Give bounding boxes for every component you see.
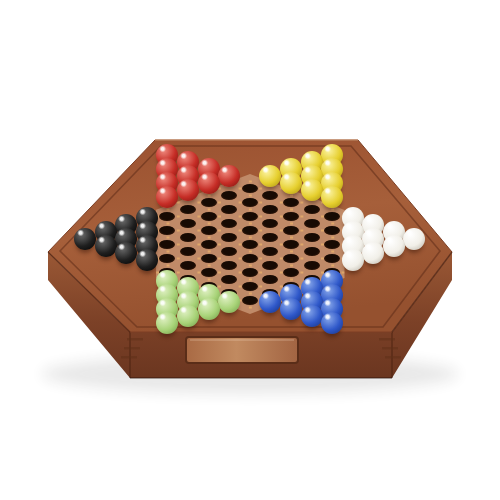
marble-black[interactable] — [115, 242, 137, 264]
hole-empty[interactable] — [242, 296, 258, 305]
hole-empty[interactable] — [201, 268, 217, 277]
board-cell — [281, 227, 302, 234]
hole-empty[interactable] — [304, 219, 320, 228]
board-cell — [198, 255, 219, 262]
hole-empty[interactable] — [180, 205, 196, 214]
hole-empty[interactable] — [221, 247, 237, 256]
board-cell — [239, 227, 260, 234]
board-cell — [322, 213, 343, 220]
marble-red[interactable] — [218, 165, 240, 187]
hole-empty[interactable] — [262, 191, 278, 200]
hole-empty[interactable] — [201, 254, 217, 263]
board-cell — [178, 234, 199, 241]
board-cell — [363, 255, 384, 262]
hole-empty[interactable] — [180, 233, 196, 242]
board-cell — [198, 213, 219, 220]
marble-green[interactable] — [198, 298, 220, 320]
board-cell — [198, 199, 219, 206]
board-cell — [219, 276, 240, 283]
hole-empty[interactable] — [304, 233, 320, 242]
marble-black[interactable] — [136, 249, 158, 271]
storage-drawer[interactable] — [186, 337, 298, 363]
board-cell — [301, 262, 322, 269]
board-cell — [281, 213, 302, 220]
hole-empty[interactable] — [262, 205, 278, 214]
board-cell — [384, 248, 405, 255]
marble-blue[interactable] — [301, 305, 323, 327]
hole-empty[interactable] — [283, 254, 299, 263]
marble-black[interactable] — [95, 235, 117, 257]
hole-empty[interactable] — [242, 282, 258, 291]
board-cell — [239, 255, 260, 262]
board-cell — [219, 192, 240, 199]
hole-empty[interactable] — [201, 226, 217, 235]
hole-empty[interactable] — [159, 212, 175, 221]
hole-empty[interactable] — [262, 261, 278, 270]
hole-empty[interactable] — [242, 268, 258, 277]
marble-yellow[interactable] — [280, 172, 302, 194]
board-cell — [239, 283, 260, 290]
hole-empty[interactable] — [180, 261, 196, 270]
drawer-panel[interactable] — [186, 337, 298, 363]
board-cell — [178, 220, 199, 227]
hole-empty[interactable] — [283, 268, 299, 277]
board-cell — [136, 262, 157, 269]
marble-green[interactable] — [156, 312, 178, 334]
board-cell — [404, 241, 425, 248]
hole-empty[interactable] — [242, 226, 258, 235]
board-cell — [219, 262, 240, 269]
board-cell — [301, 192, 322, 199]
board-cell — [219, 206, 240, 213]
marble-yellow[interactable] — [259, 165, 281, 187]
marble-red[interactable] — [177, 179, 199, 201]
board-cell — [260, 234, 281, 241]
marble-white[interactable] — [403, 228, 425, 250]
hole-empty[interactable] — [304, 247, 320, 256]
board-cell — [260, 276, 281, 283]
board-cell — [95, 248, 116, 255]
hole-empty[interactable] — [242, 240, 258, 249]
hole-empty[interactable] — [201, 198, 217, 207]
hole-empty[interactable] — [262, 219, 278, 228]
board-cell — [219, 178, 240, 185]
board-cell — [260, 262, 281, 269]
marble-black[interactable] — [74, 228, 96, 250]
marble-green[interactable] — [218, 291, 240, 313]
board-cell — [281, 269, 302, 276]
hole-empty[interactable] — [180, 247, 196, 256]
board-cell — [157, 199, 178, 206]
marble-yellow[interactable] — [301, 179, 323, 201]
board-cell — [239, 241, 260, 248]
hole-empty[interactable] — [262, 233, 278, 242]
board-cell — [198, 241, 219, 248]
board-cell — [301, 234, 322, 241]
board-cell — [219, 248, 240, 255]
hole-empty[interactable] — [283, 212, 299, 221]
product-photo-stage — [0, 0, 500, 500]
board-cell — [301, 318, 322, 325]
hole-empty[interactable] — [221, 261, 237, 270]
hole-empty[interactable] — [159, 240, 175, 249]
board-cell — [219, 220, 240, 227]
board-cell — [322, 325, 343, 332]
board-cell — [322, 255, 343, 262]
hole-empty[interactable] — [201, 212, 217, 221]
board-cell — [219, 234, 240, 241]
board-cell — [281, 241, 302, 248]
marble-white[interactable] — [342, 249, 364, 271]
hole-empty[interactable] — [283, 240, 299, 249]
board-cell — [239, 213, 260, 220]
board-cell — [281, 255, 302, 262]
hole-empty[interactable] — [324, 226, 340, 235]
hole-empty[interactable] — [221, 219, 237, 228]
board-cell — [157, 325, 178, 332]
hole-empty[interactable] — [304, 205, 320, 214]
board-cell — [260, 248, 281, 255]
board-cell — [75, 241, 96, 248]
board-cell — [116, 255, 137, 262]
board-cell — [342, 262, 363, 269]
hole-empty[interactable] — [221, 233, 237, 242]
board-cell — [239, 185, 260, 192]
marble-blue[interactable] — [321, 312, 343, 334]
marble-red[interactable] — [156, 186, 178, 208]
board-cell — [157, 241, 178, 248]
board-cell — [260, 220, 281, 227]
marble-white[interactable] — [362, 242, 384, 264]
marble-yellow[interactable] — [321, 186, 343, 208]
hole-empty[interactable] — [159, 226, 175, 235]
board-cell — [301, 220, 322, 227]
hole-empty[interactable] — [201, 240, 217, 249]
hole-empty[interactable] — [242, 212, 258, 221]
board-cell — [239, 199, 260, 206]
board-cell — [322, 199, 343, 206]
board-cell — [260, 192, 281, 199]
hole-empty[interactable] — [283, 198, 299, 207]
hole-empty[interactable] — [159, 254, 175, 263]
hole-empty[interactable] — [221, 191, 237, 200]
board-cell — [157, 227, 178, 234]
hole-empty[interactable] — [262, 275, 278, 284]
hole-empty[interactable] — [262, 247, 278, 256]
board-cell — [178, 206, 199, 213]
board-cell — [239, 297, 260, 304]
board-cell — [178, 262, 199, 269]
board-cell — [157, 213, 178, 220]
marble-white[interactable] — [383, 235, 405, 257]
hole-empty[interactable] — [221, 205, 237, 214]
board-cell — [260, 304, 281, 311]
hole-empty[interactable] — [324, 254, 340, 263]
board-cell — [178, 192, 199, 199]
hole-empty[interactable] — [180, 219, 196, 228]
board-cell — [322, 227, 343, 234]
board-grid — [75, 157, 425, 332]
marble-blue[interactable] — [280, 298, 302, 320]
marble-green[interactable] — [177, 305, 199, 327]
board-cell — [260, 206, 281, 213]
board-cell — [301, 248, 322, 255]
board-cell — [198, 311, 219, 318]
board-cell — [281, 199, 302, 206]
board-cell — [198, 185, 219, 192]
board-cell — [260, 178, 281, 185]
board-cell — [157, 255, 178, 262]
marble-red[interactable] — [198, 172, 220, 194]
marble-blue[interactable] — [259, 291, 281, 313]
board-cell — [301, 206, 322, 213]
hole-empty[interactable] — [324, 240, 340, 249]
board-cell — [198, 227, 219, 234]
board-cell — [239, 269, 260, 276]
board-cell — [219, 304, 240, 311]
board-cell — [281, 311, 302, 318]
hole-empty[interactable] — [283, 226, 299, 235]
hole-empty[interactable] — [242, 254, 258, 263]
board-cell — [322, 241, 343, 248]
hole-empty[interactable] — [304, 261, 320, 270]
board-cell — [178, 318, 199, 325]
hole-empty[interactable] — [324, 212, 340, 221]
hole-empty[interactable] — [242, 198, 258, 207]
hole-empty[interactable] — [242, 184, 258, 193]
board-cell — [281, 185, 302, 192]
board-cell — [198, 269, 219, 276]
hole-empty[interactable] — [221, 275, 237, 284]
board-cell — [178, 248, 199, 255]
